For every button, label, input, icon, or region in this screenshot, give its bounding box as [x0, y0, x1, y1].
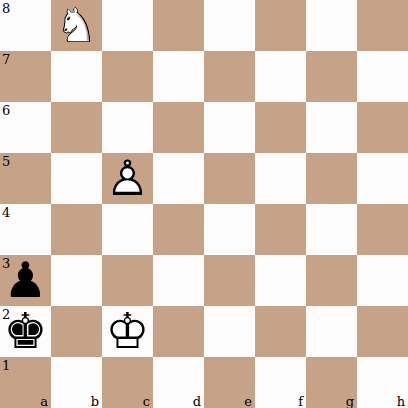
square-h8[interactable]: [357, 0, 408, 51]
rank-label-2: 2: [2, 308, 10, 321]
square-e8[interactable]: [204, 0, 255, 51]
square-a5[interactable]: 5: [0, 153, 51, 204]
square-d3[interactable]: [153, 255, 204, 306]
rank-label-1: 1: [2, 359, 10, 372]
square-d7[interactable]: [153, 51, 204, 102]
square-g4[interactable]: [306, 204, 357, 255]
file-label-f: f: [298, 395, 303, 408]
square-f6[interactable]: [255, 102, 306, 153]
square-e1[interactable]: e: [204, 357, 255, 408]
square-b8[interactable]: ♞♘: [51, 0, 102, 51]
square-g3[interactable]: [306, 255, 357, 306]
square-f7[interactable]: [255, 51, 306, 102]
square-d4[interactable]: [153, 204, 204, 255]
square-f4[interactable]: [255, 204, 306, 255]
square-c4[interactable]: [102, 204, 153, 255]
square-e2[interactable]: [204, 306, 255, 357]
square-b7[interactable]: [51, 51, 102, 102]
piece-white-knight[interactable]: ♞♘: [51, 0, 102, 51]
rank-label-8: 8: [2, 2, 10, 15]
square-e5[interactable]: [204, 153, 255, 204]
square-a4[interactable]: 4: [0, 204, 51, 255]
file-label-a: a: [40, 395, 48, 408]
rank-label-3: 3: [2, 257, 10, 270]
square-a6[interactable]: 6: [0, 102, 51, 153]
file-label-b: b: [91, 395, 99, 408]
square-c3[interactable]: [102, 255, 153, 306]
square-c6[interactable]: [102, 102, 153, 153]
square-a3[interactable]: ♟3: [0, 255, 51, 306]
square-e3[interactable]: [204, 255, 255, 306]
piece-white-pawn[interactable]: ♟♙: [102, 153, 153, 204]
square-h5[interactable]: [357, 153, 408, 204]
square-a1[interactable]: 1a: [0, 357, 51, 408]
square-d8[interactable]: [153, 0, 204, 51]
square-a2[interactable]: ♚2: [0, 306, 51, 357]
file-label-h: h: [397, 395, 405, 408]
square-e7[interactable]: [204, 51, 255, 102]
square-f2[interactable]: [255, 306, 306, 357]
square-g5[interactable]: [306, 153, 357, 204]
white-pawn-outline-glyph: ♙: [102, 153, 153, 204]
square-b3[interactable]: [51, 255, 102, 306]
square-c2[interactable]: ♚♔: [102, 306, 153, 357]
square-g8[interactable]: [306, 0, 357, 51]
file-label-c: c: [143, 395, 150, 408]
square-d6[interactable]: [153, 102, 204, 153]
square-e6[interactable]: [204, 102, 255, 153]
square-b5[interactable]: [51, 153, 102, 204]
white-king-outline-glyph: ♔: [102, 306, 153, 357]
square-g7[interactable]: [306, 51, 357, 102]
rank-label-6: 6: [2, 104, 10, 117]
rank-label-7: 7: [2, 53, 10, 66]
file-label-e: e: [244, 395, 252, 408]
file-label-g: g: [346, 395, 354, 408]
square-c5[interactable]: ♟♙: [102, 153, 153, 204]
chess-board: 8♞♘765♟♙4♟3♚2♚♔1abcdefgh: [0, 0, 408, 408]
square-b2[interactable]: [51, 306, 102, 357]
square-a8[interactable]: 8: [0, 0, 51, 51]
rank-label-4: 4: [2, 206, 10, 219]
square-h7[interactable]: [357, 51, 408, 102]
square-d5[interactable]: [153, 153, 204, 204]
rank-label-5: 5: [2, 155, 10, 168]
square-d1[interactable]: d: [153, 357, 204, 408]
square-h2[interactable]: [357, 306, 408, 357]
square-b4[interactable]: [51, 204, 102, 255]
square-c1[interactable]: c: [102, 357, 153, 408]
square-h4[interactable]: [357, 204, 408, 255]
square-b6[interactable]: [51, 102, 102, 153]
piece-white-king[interactable]: ♚♔: [102, 306, 153, 357]
square-b1[interactable]: b: [51, 357, 102, 408]
square-g2[interactable]: [306, 306, 357, 357]
square-g1[interactable]: g: [306, 357, 357, 408]
square-d2[interactable]: [153, 306, 204, 357]
square-h1[interactable]: h: [357, 357, 408, 408]
square-f5[interactable]: [255, 153, 306, 204]
square-e4[interactable]: [204, 204, 255, 255]
file-label-d: d: [193, 395, 201, 408]
square-c8[interactable]: [102, 0, 153, 51]
square-f8[interactable]: [255, 0, 306, 51]
square-c7[interactable]: [102, 51, 153, 102]
white-knight-outline-glyph: ♘: [51, 0, 102, 51]
square-f3[interactable]: [255, 255, 306, 306]
square-f1[interactable]: f: [255, 357, 306, 408]
square-h3[interactable]: [357, 255, 408, 306]
square-h6[interactable]: [357, 102, 408, 153]
square-a7[interactable]: 7: [0, 51, 51, 102]
square-g6[interactable]: [306, 102, 357, 153]
